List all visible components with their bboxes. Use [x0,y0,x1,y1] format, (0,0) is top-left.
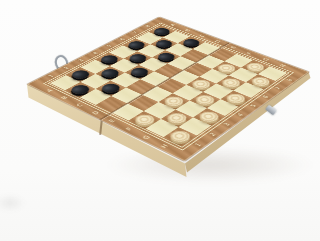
coordinate-label: 4 [236,113,245,118]
coordinate-label: 1 [194,142,203,147]
coordinate-label: B [61,96,70,100]
coordinate-label: A [46,89,55,93]
coordinate-label: F [246,52,254,55]
coordinate-label: 2 [208,132,217,137]
product-photo: 12345678 12345678 ABCDEFGH ABCDEFGH [0,0,320,241]
coordinate-label: H [279,64,288,68]
coordinate-label: G [142,135,152,141]
coordinate-label: G [262,58,271,62]
coordinate-label: H [160,144,170,150]
coordinate-label: 2 [63,66,71,70]
coordinate-label: 6 [262,95,271,99]
background-smudge [0,194,26,212]
coordinate-label: D [92,111,101,116]
coordinate-label: 3 [77,59,85,63]
coordinate-label: E [108,119,117,124]
coordinate-label: 5 [249,104,258,108]
coordinate-label: C [76,103,85,108]
coordinate-label: 7 [274,86,283,90]
coordinate-label: 3 [222,122,231,127]
board-grid [50,26,287,146]
coordinate-label: 8 [144,25,151,28]
coordinate-label: 8 [286,78,294,82]
coordinate-label: D [214,40,222,44]
coordinate-label: 4 [92,51,100,55]
coordinate-label: 1 [47,74,55,78]
coordinate-label: A [170,24,177,27]
coordinate-label: 7 [132,31,139,34]
metal-latch-icon [265,105,277,116]
coordinate-label: 6 [119,38,126,41]
coordinate-label: B [184,29,192,32]
coordinate-label: 5 [105,44,113,47]
coordinate-label: E [230,46,238,49]
coordinate-label: F [125,127,134,132]
coordinate-label: C [199,34,207,37]
folding-checkers-board: 12345678 12345678 ABCDEFGH ABCDEFGH [27,17,309,161]
